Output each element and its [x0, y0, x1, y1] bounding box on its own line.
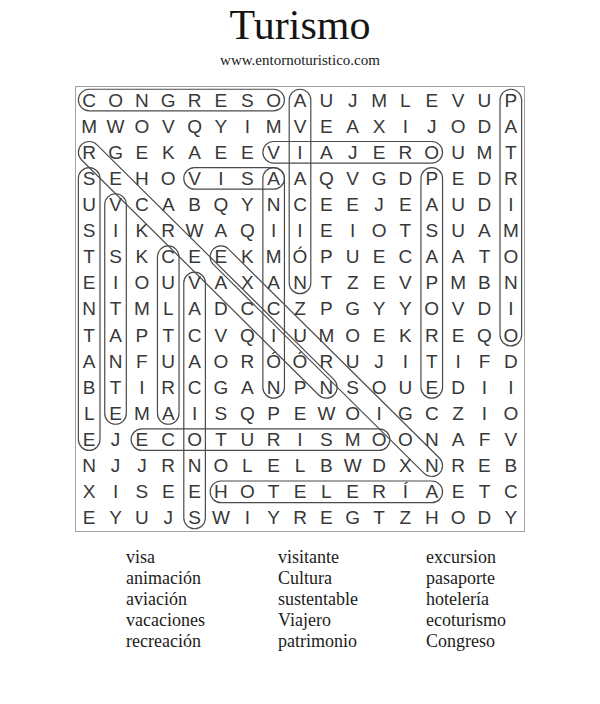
grid-cell: E	[287, 479, 313, 505]
grid-cell: C	[129, 191, 155, 217]
grid-cell: S	[76, 165, 102, 191]
grid-cell: O	[366, 427, 392, 453]
grid-cell: T	[76, 244, 102, 270]
grid-cell: U	[234, 427, 260, 453]
grid-cell: I	[287, 139, 313, 165]
grid-cell: U	[287, 322, 313, 348]
grid-cell: F	[129, 348, 155, 374]
grid-cell: J	[155, 505, 181, 531]
grid-cell: L	[392, 87, 418, 113]
grid-cell: S	[208, 400, 234, 426]
grid-cell: A	[445, 244, 471, 270]
word-list-item: excursion	[426, 547, 506, 568]
grid-cell: O	[129, 113, 155, 139]
grid-cell: R	[155, 453, 181, 479]
grid-cell: P	[313, 244, 339, 270]
grid-cell: E	[208, 139, 234, 165]
grid-cell: Y	[260, 505, 286, 531]
grid-cell: A	[181, 139, 207, 165]
grid-cell: J	[102, 453, 128, 479]
grid-cell: T	[260, 479, 286, 505]
grid-cell: O	[181, 427, 207, 453]
grid-cell: X	[234, 270, 260, 296]
grid-cell: O	[498, 244, 524, 270]
grid-cell: M	[313, 322, 339, 348]
grid-cell: I	[392, 348, 418, 374]
grid-cell: A	[181, 296, 207, 322]
grid-cell: E	[419, 374, 445, 400]
grid-cell: N	[260, 374, 286, 400]
grid-cell: Y	[392, 296, 418, 322]
grid-cell: M	[340, 427, 366, 453]
grid-cell: O	[419, 296, 445, 322]
grid-cell: O	[208, 453, 234, 479]
grid-cell: I	[392, 113, 418, 139]
grid-cell: J	[340, 87, 366, 113]
grid-cell: V	[498, 427, 524, 453]
word-list-item: visa	[126, 547, 205, 568]
grid-cell: Q	[471, 322, 497, 348]
grid-cell: U	[340, 244, 366, 270]
grid-cell: C	[155, 427, 181, 453]
grid-cell: Y	[208, 113, 234, 139]
word-list-item: Cultura	[278, 568, 358, 589]
grid-cell: G	[340, 505, 366, 531]
grid-cell: I	[208, 165, 234, 191]
grid-cell: N	[419, 453, 445, 479]
grid-cell: E	[181, 479, 207, 505]
grid-cell: E	[366, 244, 392, 270]
grid-cell: G	[366, 165, 392, 191]
grid-cell: Í	[392, 479, 418, 505]
grid-cell: I	[287, 218, 313, 244]
grid-cell: E	[340, 479, 366, 505]
grid-cell: R	[155, 218, 181, 244]
grid-cell: A	[155, 400, 181, 426]
grid-cell: O	[129, 270, 155, 296]
grid-cell: G	[155, 87, 181, 113]
grid-cell: P	[287, 374, 313, 400]
grid-cell: V	[260, 139, 286, 165]
grid-cell: A	[102, 322, 128, 348]
grid-cell: O	[366, 218, 392, 244]
grid-cell: J	[366, 348, 392, 374]
grid-cell: O	[419, 139, 445, 165]
grid-cell: Ó	[260, 348, 286, 374]
grid-cell: Z	[340, 270, 366, 296]
grid-cell: I	[102, 270, 128, 296]
grid-cell: Ó	[287, 244, 313, 270]
grid-cell: E	[102, 400, 128, 426]
word-search-board: CONGRESOAUJMLEVUPMWOVQYIMVEAXIJODARGEKAE…	[75, 86, 525, 532]
grid-cell: O	[102, 87, 128, 113]
grid-cell: T	[208, 427, 234, 453]
grid-cell: D	[471, 113, 497, 139]
grid-cell: E	[366, 139, 392, 165]
grid-cell: I	[498, 296, 524, 322]
grid-cell: J	[366, 191, 392, 217]
grid-cell: N	[287, 270, 313, 296]
grid-cell: A	[445, 427, 471, 453]
grid-cell: E	[234, 139, 260, 165]
grid-cell: U	[445, 218, 471, 244]
grid-cell: I	[445, 348, 471, 374]
grid-cell: V	[340, 165, 366, 191]
grid-cell: E	[366, 322, 392, 348]
grid-cell: H	[419, 505, 445, 531]
grid-cell: E	[76, 270, 102, 296]
word-list-column: visitanteCulturasustentableViajeropatrim…	[278, 547, 358, 652]
grid-cell: I	[340, 218, 366, 244]
grid-cell: C	[498, 479, 524, 505]
grid-cell: V	[445, 87, 471, 113]
grid-cell: B	[181, 191, 207, 217]
word-list-item: hotelería	[426, 589, 506, 610]
grid-cell: O	[208, 348, 234, 374]
grid-cell: E	[392, 191, 418, 217]
grid-cell: V	[155, 113, 181, 139]
grid-cell: Q	[234, 400, 260, 426]
grid-cell: K	[129, 244, 155, 270]
grid-cell: F	[471, 427, 497, 453]
grid-cell: A	[260, 165, 286, 191]
grid-cell: A	[419, 244, 445, 270]
grid-cell: U	[155, 348, 181, 374]
grid-cell: M	[76, 113, 102, 139]
word-list-item: recreación	[126, 631, 205, 652]
grid-cell: W	[313, 400, 339, 426]
grid-cell: S	[234, 165, 260, 191]
grid-cell: V	[287, 113, 313, 139]
grid-cell: E	[76, 505, 102, 531]
grid-cell: O	[445, 113, 471, 139]
grid-cell: E	[445, 165, 471, 191]
word-list-item: pasaporte	[426, 568, 506, 589]
grid-cell: R	[419, 322, 445, 348]
grid-cell: D	[445, 374, 471, 400]
grid-cell: F	[471, 348, 497, 374]
grid-cell: N	[313, 374, 339, 400]
grid-cell: N	[260, 191, 286, 217]
grid-cell: W	[181, 218, 207, 244]
grid-cell: B	[313, 453, 339, 479]
grid-cell: G	[392, 400, 418, 426]
grid-cell: M	[498, 218, 524, 244]
grid-cell: B	[471, 270, 497, 296]
word-list-item: patrimonio	[278, 631, 358, 652]
grid-cell: O	[234, 479, 260, 505]
grid-cell: K	[392, 322, 418, 348]
grid-cell: V	[445, 296, 471, 322]
grid-cell: A	[208, 270, 234, 296]
grid-cell: C	[234, 296, 260, 322]
grid-cell: U	[471, 87, 497, 113]
grid-cell: W	[340, 453, 366, 479]
grid-cell: I	[102, 479, 128, 505]
grid-cell: E	[287, 400, 313, 426]
grid-cell: B	[76, 374, 102, 400]
grid-cell: P	[313, 296, 339, 322]
grid-cell: R	[260, 427, 286, 453]
grid-cell: A	[155, 191, 181, 217]
grid-cell: I	[287, 427, 313, 453]
grid-cell: M	[260, 244, 286, 270]
grid-cell: J	[419, 113, 445, 139]
grid-cell: T	[419, 348, 445, 374]
grid-cell: N	[102, 348, 128, 374]
grid-cell: E	[155, 479, 181, 505]
grid-cell: U	[445, 191, 471, 217]
grid-cell: N	[498, 270, 524, 296]
grid-cell: N	[76, 296, 102, 322]
grid-cell: E	[445, 479, 471, 505]
grid-cell: L	[313, 479, 339, 505]
word-list-item: Congreso	[426, 631, 506, 652]
grid-cell: E	[102, 165, 128, 191]
grid-cell: D	[471, 296, 497, 322]
grid-cell: E	[366, 270, 392, 296]
grid-cell: E	[313, 505, 339, 531]
grid-cell: I	[234, 113, 260, 139]
grid-cell: L	[155, 296, 181, 322]
word-list-item: aviación	[126, 589, 205, 610]
grid-cell: S	[181, 505, 207, 531]
grid-cell: K	[129, 218, 155, 244]
grid-cell: G	[340, 296, 366, 322]
grid-cell: C	[155, 244, 181, 270]
grid-cell: A	[181, 348, 207, 374]
grid-cell: E	[313, 191, 339, 217]
grid-cell: I	[234, 505, 260, 531]
grid-cell: V	[181, 270, 207, 296]
grid-cell: T	[102, 374, 128, 400]
grid-cell: E	[208, 244, 234, 270]
grid-cell: E	[313, 113, 339, 139]
grid-cell: E	[313, 218, 339, 244]
grid-cell: X	[392, 453, 418, 479]
grid-cell: R	[155, 374, 181, 400]
grid-cell: S	[313, 427, 339, 453]
grid-cell: Q	[234, 322, 260, 348]
grid-cell: U	[313, 87, 339, 113]
grid-cell: A	[260, 270, 286, 296]
grid-cell: A	[287, 165, 313, 191]
grid-cell: D	[208, 296, 234, 322]
grid-cell: A	[234, 374, 260, 400]
grid-cell: C	[419, 400, 445, 426]
grid-cell: O	[155, 165, 181, 191]
grid-cell: Z	[445, 400, 471, 426]
grid-cell: D	[392, 165, 418, 191]
grid-cell: C	[181, 374, 207, 400]
grid-cell: U	[445, 139, 471, 165]
word-list-item: vacaciones	[126, 610, 205, 631]
grid-cell: S	[234, 87, 260, 113]
grid-cell: I	[260, 322, 286, 348]
grid-cell: O	[340, 400, 366, 426]
page-title: Turismo	[0, 2, 600, 48]
grid-cell: E	[340, 191, 366, 217]
grid-cell: L	[234, 453, 260, 479]
grid-cell: A	[498, 113, 524, 139]
grid-cell: A	[208, 218, 234, 244]
grid-cell: G	[208, 374, 234, 400]
grid-cell: R	[234, 348, 260, 374]
grid-cell: D	[471, 191, 497, 217]
grid-cell: D	[471, 505, 497, 531]
grid-cell: L	[76, 400, 102, 426]
grid-cell: W	[208, 505, 234, 531]
grid-cell: Y	[102, 505, 128, 531]
grid-cell: E	[208, 87, 234, 113]
grid-cell: I	[471, 374, 497, 400]
grid-cell: C	[260, 296, 286, 322]
grid-cell: T	[471, 244, 497, 270]
grid-cell: I	[181, 400, 207, 426]
grid-cell: R	[76, 139, 102, 165]
grid-cell: O	[498, 400, 524, 426]
grid-cell: O	[445, 505, 471, 531]
grid-cell: T	[392, 218, 418, 244]
grid-cell: O	[260, 87, 286, 113]
grid-cell: J	[129, 453, 155, 479]
grid-cell: U	[76, 191, 102, 217]
grid-cell: R	[366, 479, 392, 505]
grid-cell: Q	[313, 165, 339, 191]
grid-cell: V	[208, 322, 234, 348]
grid-cell: V	[392, 270, 418, 296]
grid-cell: E	[471, 453, 497, 479]
grid-cell: B	[498, 453, 524, 479]
grid-cell: M	[366, 87, 392, 113]
grid-cell: O	[340, 322, 366, 348]
grid-cell: D	[498, 348, 524, 374]
grid-cell: M	[471, 139, 497, 165]
grid-cell: I	[102, 218, 128, 244]
grid-cell: X	[366, 113, 392, 139]
grid-cell: Q	[234, 218, 260, 244]
grid-cell: J	[102, 427, 128, 453]
grid-cell: Y	[498, 505, 524, 531]
grid-cell: N	[419, 427, 445, 453]
grid-cell: T	[471, 479, 497, 505]
grid-cell: Q	[208, 191, 234, 217]
grid-cell: E	[129, 139, 155, 165]
grid-cell: E	[419, 87, 445, 113]
grid-cell: N	[76, 453, 102, 479]
grid-cell: S	[102, 244, 128, 270]
grid-cell: I	[366, 400, 392, 426]
grid-cell: D	[366, 453, 392, 479]
site-url: www.entornoturistico.com	[0, 51, 600, 69]
grid-cell: E	[129, 427, 155, 453]
grid-cell: R	[287, 505, 313, 531]
grid-cell: D	[471, 165, 497, 191]
word-list-item: sustentable	[278, 589, 358, 610]
grid-cell: A	[340, 113, 366, 139]
grid-cell: R	[181, 87, 207, 113]
grid-cell: I	[498, 374, 524, 400]
grid-cell: M	[260, 113, 286, 139]
grid-cell: R	[392, 139, 418, 165]
grid-cell: P	[498, 87, 524, 113]
grid-cell: C	[287, 191, 313, 217]
grid-cell: Z	[287, 296, 313, 322]
grid-cell: H	[208, 479, 234, 505]
grid-cell: A	[471, 218, 497, 244]
grid-cell: C	[392, 244, 418, 270]
grid-cell: X	[76, 479, 102, 505]
grid-cell: I	[129, 374, 155, 400]
grid-cell: K	[155, 139, 181, 165]
grid-cell: S	[76, 218, 102, 244]
word-list-item: animación	[126, 568, 205, 589]
grid-cell: U	[340, 348, 366, 374]
grid-cell: S	[129, 479, 155, 505]
grid-cell: S	[340, 374, 366, 400]
grid-cell: M	[445, 270, 471, 296]
grid-cell: T	[155, 322, 181, 348]
grid-cell: C	[181, 322, 207, 348]
grid-cell: W	[102, 113, 128, 139]
grid-cell: P	[419, 165, 445, 191]
grid-cell: I	[260, 218, 286, 244]
grid-cell: T	[498, 139, 524, 165]
grid-cell: U	[129, 505, 155, 531]
grid-cell: N	[129, 87, 155, 113]
grid-cell: N	[181, 453, 207, 479]
grid-cell: O	[366, 374, 392, 400]
grid-cell: Z	[392, 505, 418, 531]
grid-cell: Y	[366, 296, 392, 322]
grid-cell: M	[129, 296, 155, 322]
grid-cell: P	[419, 270, 445, 296]
grid-cell: T	[76, 322, 102, 348]
grid-cell: A	[76, 348, 102, 374]
word-list-column: visaanimaciónaviaciónvacacionesrecreació…	[126, 547, 205, 652]
grid-cell: J	[340, 139, 366, 165]
grid-cell: Ó	[287, 348, 313, 374]
grid-cell: K	[234, 244, 260, 270]
grid-cell: U	[155, 270, 181, 296]
grid-cell: E	[260, 453, 286, 479]
grid-cell: I	[498, 191, 524, 217]
grid-cell: Q	[181, 113, 207, 139]
grid-cell: L	[287, 453, 313, 479]
grid-cell: U	[392, 374, 418, 400]
word-list-item: visitante	[278, 547, 358, 568]
grid-cell: R	[498, 165, 524, 191]
grid-cell: O	[498, 322, 524, 348]
grid-cell: S	[419, 218, 445, 244]
grid-cell: T	[313, 270, 339, 296]
grid-cell: V	[181, 165, 207, 191]
word-list: visaanimaciónaviaciónvacacionesrecreació…	[0, 547, 600, 667]
grid-cell: A	[287, 87, 313, 113]
grid-cell: E	[445, 322, 471, 348]
grid-cell: A	[419, 479, 445, 505]
grid-cell: T	[102, 296, 128, 322]
grid-cell: C	[76, 87, 102, 113]
word-list-item: Viajero	[278, 610, 358, 631]
grid-cell: O	[392, 427, 418, 453]
letter-grid: CONGRESOAUJMLEVUPMWOVQYIMVEAXIJODARGEKAE…	[76, 87, 524, 531]
word-list-item: ecoturismo	[426, 610, 506, 631]
grid-cell: T	[366, 505, 392, 531]
grid-cell: V	[102, 191, 128, 217]
grid-cell: G	[102, 139, 128, 165]
grid-cell: P	[129, 322, 155, 348]
